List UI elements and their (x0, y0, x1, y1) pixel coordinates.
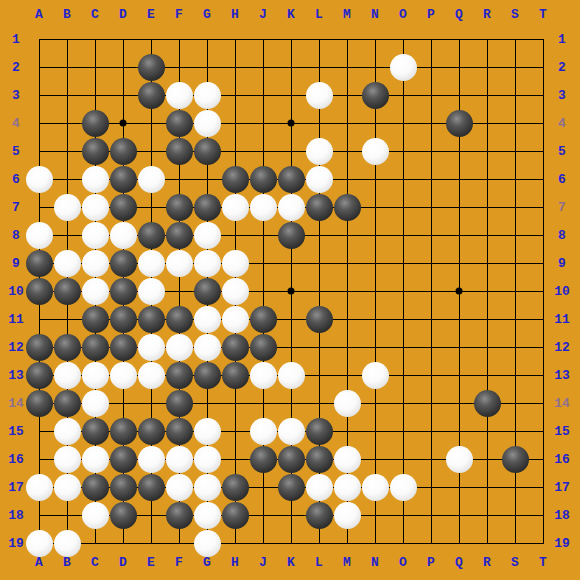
empty-intersection-B2[interactable] (53, 53, 81, 81)
empty-intersection-A16[interactable] (25, 445, 53, 473)
empty-intersection-E5[interactable] (137, 137, 165, 165)
empty-intersection-S15[interactable] (501, 417, 529, 445)
intersection-B12 (53, 333, 81, 361)
empty-intersection-O19[interactable] (389, 529, 417, 557)
empty-intersection-T7[interactable] (529, 193, 557, 221)
black-stone-N3 (362, 82, 389, 109)
empty-intersection-K11[interactable] (277, 305, 305, 333)
empty-intersection-T14[interactable] (529, 389, 557, 417)
empty-intersection-L8[interactable] (305, 221, 333, 249)
empty-intersection-B11[interactable] (53, 305, 81, 333)
white-stone-A8 (26, 222, 53, 249)
empty-intersection-Q18[interactable] (445, 501, 473, 529)
empty-intersection-E18[interactable] (137, 501, 165, 529)
empty-intersection-S19[interactable] (501, 529, 529, 557)
empty-intersection-H8[interactable] (221, 221, 249, 249)
empty-intersection-J4[interactable] (249, 109, 277, 137)
empty-intersection-O13[interactable] (389, 361, 417, 389)
empty-intersection-O11[interactable] (389, 305, 417, 333)
empty-intersection-H4[interactable] (221, 109, 249, 137)
empty-intersection-A3[interactable] (25, 81, 53, 109)
empty-intersection-T9[interactable] (529, 249, 557, 277)
column-label-top-G: G (203, 7, 211, 22)
empty-intersection-O15[interactable] (389, 417, 417, 445)
empty-intersection-N9[interactable] (361, 249, 389, 277)
black-stone-H12 (222, 334, 249, 361)
empty-intersection-D2[interactable] (109, 53, 137, 81)
empty-intersection-R7[interactable] (473, 193, 501, 221)
empty-intersection-F10[interactable] (165, 277, 193, 305)
row-label-right-9: 9 (558, 256, 566, 271)
empty-intersection-E14[interactable] (137, 389, 165, 417)
empty-intersection-J9[interactable] (249, 249, 277, 277)
empty-intersection-Q3[interactable] (445, 81, 473, 109)
empty-intersection-O7[interactable] (389, 193, 417, 221)
row-label-right-6: 6 (558, 172, 566, 187)
empty-intersection-R15[interactable] (473, 417, 501, 445)
empty-intersection-J10[interactable] (249, 277, 277, 305)
empty-intersection-S4[interactable] (501, 109, 529, 137)
black-stone-D5 (110, 138, 137, 165)
empty-intersection-S9[interactable] (501, 249, 529, 277)
empty-intersection-P17[interactable] (417, 473, 445, 501)
empty-intersection-D14[interactable] (109, 389, 137, 417)
empty-intersection-H3[interactable] (221, 81, 249, 109)
empty-intersection-M8[interactable] (333, 221, 361, 249)
white-stone-B17 (54, 474, 81, 501)
column-label-top-H: H (231, 7, 239, 22)
empty-intersection-H1[interactable] (221, 25, 249, 53)
row-label-left-9: 9 (12, 256, 20, 271)
empty-intersection-H2[interactable] (221, 53, 249, 81)
empty-intersection-L9[interactable] (305, 249, 333, 277)
black-stone-B10 (54, 278, 81, 305)
empty-intersection-J18[interactable] (249, 501, 277, 529)
empty-intersection-N10[interactable] (361, 277, 389, 305)
empty-intersection-Q1[interactable] (445, 25, 473, 53)
empty-intersection-O4[interactable] (389, 109, 417, 137)
empty-intersection-E4[interactable] (137, 109, 165, 137)
empty-intersection-Q7[interactable] (445, 193, 473, 221)
black-stone-D7 (110, 194, 137, 221)
white-stone-A19 (26, 530, 53, 557)
intersection-F15 (165, 417, 193, 445)
empty-intersection-P12[interactable] (417, 333, 445, 361)
empty-intersection-J3[interactable] (249, 81, 277, 109)
empty-intersection-N2[interactable] (361, 53, 389, 81)
empty-intersection-P5[interactable] (417, 137, 445, 165)
empty-intersection-B18[interactable] (53, 501, 81, 529)
empty-intersection-H14[interactable] (221, 389, 249, 417)
empty-intersection-O5[interactable] (389, 137, 417, 165)
empty-intersection-R3[interactable] (473, 81, 501, 109)
black-stone-E8 (138, 222, 165, 249)
empty-intersection-O6[interactable] (389, 165, 417, 193)
empty-intersection-P11[interactable] (417, 305, 445, 333)
empty-intersection-K1[interactable] (277, 25, 305, 53)
white-stone-C7 (82, 194, 109, 221)
empty-intersection-A2[interactable] (25, 53, 53, 81)
empty-intersection-K9[interactable] (277, 249, 305, 277)
empty-intersection-T6[interactable] (529, 165, 557, 193)
empty-intersection-T8[interactable] (529, 221, 557, 249)
empty-intersection-H16[interactable] (221, 445, 249, 473)
empty-intersection-C2[interactable] (81, 53, 109, 81)
empty-intersection-Q15[interactable] (445, 417, 473, 445)
intersection-K17 (277, 473, 305, 501)
empty-intersection-T12[interactable] (529, 333, 557, 361)
empty-intersection-R16[interactable] (473, 445, 501, 473)
empty-intersection-F2[interactable] (165, 53, 193, 81)
empty-intersection-Q9[interactable] (445, 249, 473, 277)
empty-intersection-T2[interactable] (529, 53, 557, 81)
empty-intersection-B3[interactable] (53, 81, 81, 109)
empty-intersection-T1[interactable] (529, 25, 557, 53)
empty-intersection-T19[interactable] (529, 529, 557, 557)
empty-intersection-P3[interactable] (417, 81, 445, 109)
empty-intersection-A5[interactable] (25, 137, 53, 165)
empty-intersection-K18[interactable] (277, 501, 305, 529)
empty-intersection-S14[interactable] (501, 389, 529, 417)
empty-intersection-R11[interactable] (473, 305, 501, 333)
empty-intersection-G1[interactable] (193, 25, 221, 53)
empty-intersection-F1[interactable] (165, 25, 193, 53)
empty-intersection-R18[interactable] (473, 501, 501, 529)
row-label-right-8: 8 (558, 228, 566, 243)
empty-intersection-P19[interactable] (417, 529, 445, 557)
empty-intersection-O1[interactable] (389, 25, 417, 53)
white-stone-M18 (334, 502, 361, 529)
empty-intersection-Q10[interactable] (445, 277, 473, 305)
empty-intersection-L14[interactable] (305, 389, 333, 417)
intersection-F5 (165, 137, 193, 165)
empty-intersection-P15[interactable] (417, 417, 445, 445)
empty-intersection-Q19[interactable] (445, 529, 473, 557)
empty-intersection-D4[interactable] (109, 109, 137, 137)
intersection-D7 (109, 193, 137, 221)
empty-intersection-R13[interactable] (473, 361, 501, 389)
empty-intersection-M19[interactable] (333, 529, 361, 557)
black-stone-F18 (166, 502, 193, 529)
empty-intersection-D19[interactable] (109, 529, 137, 557)
empty-intersection-T11[interactable] (529, 305, 557, 333)
empty-intersection-H15[interactable] (221, 417, 249, 445)
intersection-M17 (333, 473, 361, 501)
empty-intersection-J14[interactable] (249, 389, 277, 417)
row-label-left-16: 16 (8, 452, 24, 467)
empty-intersection-Q12[interactable] (445, 333, 473, 361)
empty-intersection-M4[interactable] (333, 109, 361, 137)
empty-intersection-L10[interactable] (305, 277, 333, 305)
empty-intersection-C3[interactable] (81, 81, 109, 109)
empty-intersection-T13[interactable] (529, 361, 557, 389)
black-stone-K16 (278, 446, 305, 473)
empty-intersection-J8[interactable] (249, 221, 277, 249)
empty-intersection-O18[interactable] (389, 501, 417, 529)
intersection-G9 (193, 249, 221, 277)
empty-intersection-O10[interactable] (389, 277, 417, 305)
white-stone-G12 (194, 334, 221, 361)
empty-intersection-P4[interactable] (417, 109, 445, 137)
empty-intersection-A7[interactable] (25, 193, 53, 221)
empty-intersection-Q11[interactable] (445, 305, 473, 333)
black-stone-C4 (82, 110, 109, 137)
empty-intersection-M5[interactable] (333, 137, 361, 165)
white-stone-C6 (82, 166, 109, 193)
black-stone-C15 (82, 418, 109, 445)
empty-intersection-Q14[interactable] (445, 389, 473, 417)
empty-intersection-S8[interactable] (501, 221, 529, 249)
intersection-D18 (109, 501, 137, 529)
empty-intersection-F6[interactable] (165, 165, 193, 193)
empty-intersection-R9[interactable] (473, 249, 501, 277)
intersection-E15 (137, 417, 165, 445)
empty-intersection-J1[interactable] (249, 25, 277, 53)
white-stone-O2 (390, 54, 417, 81)
empty-intersection-T16[interactable] (529, 445, 557, 473)
empty-intersection-M6[interactable] (333, 165, 361, 193)
empty-intersection-B6[interactable] (53, 165, 81, 193)
empty-intersection-N16[interactable] (361, 445, 389, 473)
empty-intersection-E19[interactable] (137, 529, 165, 557)
empty-intersection-K14[interactable] (277, 389, 305, 417)
empty-intersection-R6[interactable] (473, 165, 501, 193)
black-stone-Q4 (446, 110, 473, 137)
empty-intersection-N15[interactable] (361, 417, 389, 445)
empty-intersection-R17[interactable] (473, 473, 501, 501)
empty-intersection-A1[interactable] (25, 25, 53, 53)
empty-intersection-M13[interactable] (333, 361, 361, 389)
intersection-G8 (193, 221, 221, 249)
empty-intersection-S3[interactable] (501, 81, 529, 109)
empty-intersection-J19[interactable] (249, 529, 277, 557)
white-stone-H11 (222, 306, 249, 333)
empty-intersection-B4[interactable] (53, 109, 81, 137)
intersection-L3 (305, 81, 333, 109)
intersection-D17 (109, 473, 137, 501)
empty-intersection-K10[interactable] (277, 277, 305, 305)
empty-intersection-N11[interactable] (361, 305, 389, 333)
empty-intersection-N18[interactable] (361, 501, 389, 529)
empty-intersection-S17[interactable] (501, 473, 529, 501)
empty-intersection-M3[interactable] (333, 81, 361, 109)
black-stone-M7 (334, 194, 361, 221)
empty-intersection-M11[interactable] (333, 305, 361, 333)
empty-intersection-Q5[interactable] (445, 137, 473, 165)
empty-intersection-R1[interactable] (473, 25, 501, 53)
empty-intersection-T18[interactable] (529, 501, 557, 529)
empty-intersection-S7[interactable] (501, 193, 529, 221)
empty-intersection-Q6[interactable] (445, 165, 473, 193)
empty-intersection-N1[interactable] (361, 25, 389, 53)
empty-intersection-K19[interactable] (277, 529, 305, 557)
empty-intersection-O14[interactable] (389, 389, 417, 417)
empty-intersection-N4[interactable] (361, 109, 389, 137)
black-stone-G7 (194, 194, 221, 221)
white-stone-C8 (82, 222, 109, 249)
empty-intersection-T17[interactable] (529, 473, 557, 501)
empty-intersection-M9[interactable] (333, 249, 361, 277)
empty-intersection-R2[interactable] (473, 53, 501, 81)
black-stone-H17 (222, 474, 249, 501)
empty-intersection-T15[interactable] (529, 417, 557, 445)
black-stone-L15 (306, 418, 333, 445)
empty-intersection-R5[interactable] (473, 137, 501, 165)
empty-intersection-L1[interactable] (305, 25, 333, 53)
empty-intersection-B1[interactable] (53, 25, 81, 53)
empty-intersection-N12[interactable] (361, 333, 389, 361)
empty-intersection-P13[interactable] (417, 361, 445, 389)
empty-intersection-G6[interactable] (193, 165, 221, 193)
empty-intersection-P2[interactable] (417, 53, 445, 81)
empty-intersection-S11[interactable] (501, 305, 529, 333)
empty-intersection-P8[interactable] (417, 221, 445, 249)
empty-intersection-J2[interactable] (249, 53, 277, 81)
empty-intersection-P7[interactable] (417, 193, 445, 221)
empty-intersection-K12[interactable] (277, 333, 305, 361)
empty-intersection-B5[interactable] (53, 137, 81, 165)
empty-intersection-M2[interactable] (333, 53, 361, 81)
black-stone-H6 (222, 166, 249, 193)
empty-intersection-N7[interactable] (361, 193, 389, 221)
empty-intersection-S18[interactable] (501, 501, 529, 529)
intersection-N3 (361, 81, 389, 109)
empty-intersection-H19[interactable] (221, 529, 249, 557)
column-label-top-D: D (119, 7, 127, 22)
intersection-F7 (165, 193, 193, 221)
empty-intersection-Q2[interactable] (445, 53, 473, 81)
empty-intersection-Q13[interactable] (445, 361, 473, 389)
empty-intersection-E1[interactable] (137, 25, 165, 53)
empty-intersection-G2[interactable] (193, 53, 221, 81)
empty-intersection-S10[interactable] (501, 277, 529, 305)
empty-intersection-O16[interactable] (389, 445, 417, 473)
empty-intersection-N6[interactable] (361, 165, 389, 193)
empty-intersection-S12[interactable] (501, 333, 529, 361)
empty-intersection-S6[interactable] (501, 165, 529, 193)
empty-intersection-D3[interactable] (109, 81, 137, 109)
intersection-L7 (305, 193, 333, 221)
empty-intersection-S2[interactable] (501, 53, 529, 81)
row-label-right-3: 3 (558, 88, 566, 103)
empty-intersection-T3[interactable] (529, 81, 557, 109)
intersection-D11 (109, 305, 137, 333)
column-label-top-Q: Q (455, 7, 463, 22)
empty-intersection-C1[interactable] (81, 25, 109, 53)
empty-intersection-L4[interactable] (305, 109, 333, 137)
empty-intersection-P14[interactable] (417, 389, 445, 417)
empty-intersection-L13[interactable] (305, 361, 333, 389)
empty-intersection-E7[interactable] (137, 193, 165, 221)
empty-intersection-O8[interactable] (389, 221, 417, 249)
intersection-G4 (193, 109, 221, 137)
empty-intersection-L12[interactable] (305, 333, 333, 361)
white-stone-C10 (82, 278, 109, 305)
empty-intersection-R10[interactable] (473, 277, 501, 305)
white-stone-J15 (250, 418, 277, 445)
row-label-left-4: 4 (12, 116, 20, 131)
empty-intersection-C19[interactable] (81, 529, 109, 557)
empty-intersection-A15[interactable] (25, 417, 53, 445)
empty-intersection-A11[interactable] (25, 305, 53, 333)
empty-intersection-S13[interactable] (501, 361, 529, 389)
empty-intersection-M10[interactable] (333, 277, 361, 305)
empty-intersection-P1[interactable] (417, 25, 445, 53)
white-stone-Q16 (446, 446, 473, 473)
empty-intersection-P9[interactable] (417, 249, 445, 277)
intersection-F9 (165, 249, 193, 277)
empty-intersection-M1[interactable] (333, 25, 361, 53)
empty-intersection-A4[interactable] (25, 109, 53, 137)
empty-intersection-H5[interactable] (221, 137, 249, 165)
empty-intersection-F19[interactable] (165, 529, 193, 557)
empty-intersection-P6[interactable] (417, 165, 445, 193)
empty-intersection-N19[interactable] (361, 529, 389, 557)
empty-intersection-K3[interactable] (277, 81, 305, 109)
empty-intersection-R19[interactable] (473, 529, 501, 557)
black-stone-B14 (54, 390, 81, 417)
empty-intersection-K2[interactable] (277, 53, 305, 81)
empty-intersection-S5[interactable] (501, 137, 529, 165)
empty-intersection-O3[interactable] (389, 81, 417, 109)
empty-intersection-L2[interactable] (305, 53, 333, 81)
empty-intersection-Q17[interactable] (445, 473, 473, 501)
empty-intersection-B8[interactable] (53, 221, 81, 249)
empty-intersection-T4[interactable] (529, 109, 557, 137)
black-stone-C5 (82, 138, 109, 165)
empty-intersection-A18[interactable] (25, 501, 53, 529)
white-stone-G8 (194, 222, 221, 249)
empty-intersection-T5[interactable] (529, 137, 557, 165)
empty-intersection-O12[interactable] (389, 333, 417, 361)
empty-intersection-L19[interactable] (305, 529, 333, 557)
empty-intersection-M15[interactable] (333, 417, 361, 445)
intersection-E10 (137, 277, 165, 305)
empty-intersection-Q8[interactable] (445, 221, 473, 249)
empty-intersection-O9[interactable] (389, 249, 417, 277)
empty-intersection-G14[interactable] (193, 389, 221, 417)
intersection-D9 (109, 249, 137, 277)
intersection-F8 (165, 221, 193, 249)
empty-intersection-S1[interactable] (501, 25, 529, 53)
intersection-N13 (361, 361, 389, 389)
empty-intersection-N14[interactable] (361, 389, 389, 417)
empty-intersection-R8[interactable] (473, 221, 501, 249)
empty-intersection-M12[interactable] (333, 333, 361, 361)
empty-intersection-T10[interactable] (529, 277, 557, 305)
black-stone-E15 (138, 418, 165, 445)
empty-intersection-K4[interactable] (277, 109, 305, 137)
empty-intersection-J17[interactable] (249, 473, 277, 501)
intersection-A8 (25, 221, 53, 249)
intersection-F11 (165, 305, 193, 333)
empty-intersection-R4[interactable] (473, 109, 501, 137)
white-stone-N17 (362, 474, 389, 501)
empty-intersection-D1[interactable] (109, 25, 137, 53)
intersection-J6 (249, 165, 277, 193)
empty-intersection-R12[interactable] (473, 333, 501, 361)
empty-intersection-J5[interactable] (249, 137, 277, 165)
empty-intersection-K5[interactable] (277, 137, 305, 165)
white-stone-E13 (138, 362, 165, 389)
empty-intersection-P10[interactable] (417, 277, 445, 305)
intersection-F12 (165, 333, 193, 361)
empty-intersection-N8[interactable] (361, 221, 389, 249)
empty-intersection-P18[interactable] (417, 501, 445, 529)
empty-intersection-P16[interactable] (417, 445, 445, 473)
black-stone-E3 (138, 82, 165, 109)
row-label-left-1: 1 (12, 32, 20, 47)
